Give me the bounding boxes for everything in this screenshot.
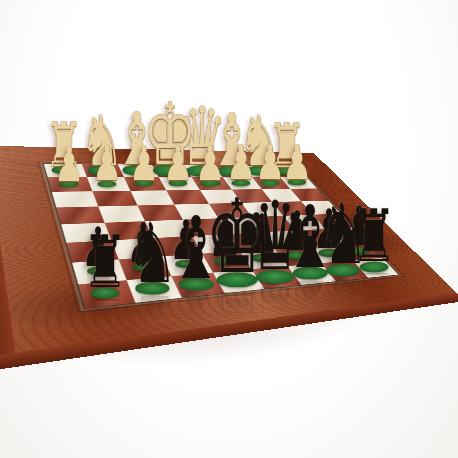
chess-set-photo: ♜♞♝♛♚♝♞♜♟♟♟♟♟♟♟♟♟♟♟♟♟♟♟♟♜♞♝♛♚♝♞♜ bbox=[0, 0, 458, 458]
square-h2[interactable] bbox=[48, 177, 93, 192]
square-h1[interactable] bbox=[44, 164, 87, 178]
board-squares bbox=[42, 163, 399, 309]
square-h3[interactable] bbox=[52, 191, 98, 207]
square-g2[interactable] bbox=[87, 177, 131, 191]
square-h8[interactable] bbox=[78, 280, 135, 308]
square-h4[interactable] bbox=[56, 206, 104, 224]
